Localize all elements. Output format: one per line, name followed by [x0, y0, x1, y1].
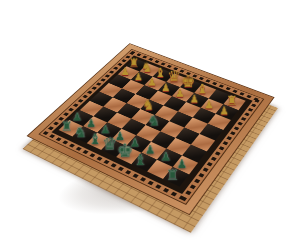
black-pawn-g7: ♟ [160, 151, 171, 163]
black-knight-b8: ♞ [74, 125, 87, 140]
black-pawn-a7: ♟ [72, 111, 82, 122]
square-c4 [126, 94, 149, 109]
chess-box: ♜♞♝♛♚♝♜♟♟♟♟♟♟♟♟♞♞♟♟♟♟♟♟♟♟♜♞♝♛♚♝♜ [27, 43, 275, 215]
square-h3 [208, 114, 231, 130]
black-pawn-h7: ♟ [176, 158, 187, 170]
white-pawn-g2: ♟ [204, 99, 214, 110]
board-leather-border: ♜♞♝♛♚♝♜♟♟♟♟♟♟♟♟♞♞♟♟♟♟♟♟♟♟♜♞♝♛♚♝♜ [27, 43, 275, 215]
black-pawn-b7: ♟ [86, 118, 96, 129]
black-pawn-c7: ♟ [100, 124, 110, 135]
square-a6 [80, 101, 103, 116]
white-knight-d4: ♞ [142, 98, 154, 112]
border-pinstripe: ♜♞♝♛♚♝♜♟♟♟♟♟♟♟♟♞♞♟♟♟♟♟♟♟♟♜♞♝♛♚♝♜ [38, 49, 264, 205]
photo-background: ♜♞♝♛♚♝♜♟♟♟♟♟♟♟♟♞♞♟♟♟♟♟♟♟♟♜♞♝♛♚♝♜ [0, 0, 290, 245]
perspective-wrapper: ♜♞♝♛♚♝♜♟♟♟♟♟♟♟♟♞♞♟♟♟♟♟♟♟♟♜♞♝♛♚♝♜ [0, 0, 290, 245]
white-pawn-a2: ♟ [120, 66, 129, 76]
black-rook-a8: ♜ [60, 119, 72, 132]
square-c5 [117, 103, 140, 119]
white-pawn-h2: ♟ [219, 105, 229, 116]
square-a7: ♟ [69, 110, 93, 126]
black-knight-e5: ♞ [147, 113, 160, 127]
black-king-e8: ♚ [116, 142, 132, 160]
